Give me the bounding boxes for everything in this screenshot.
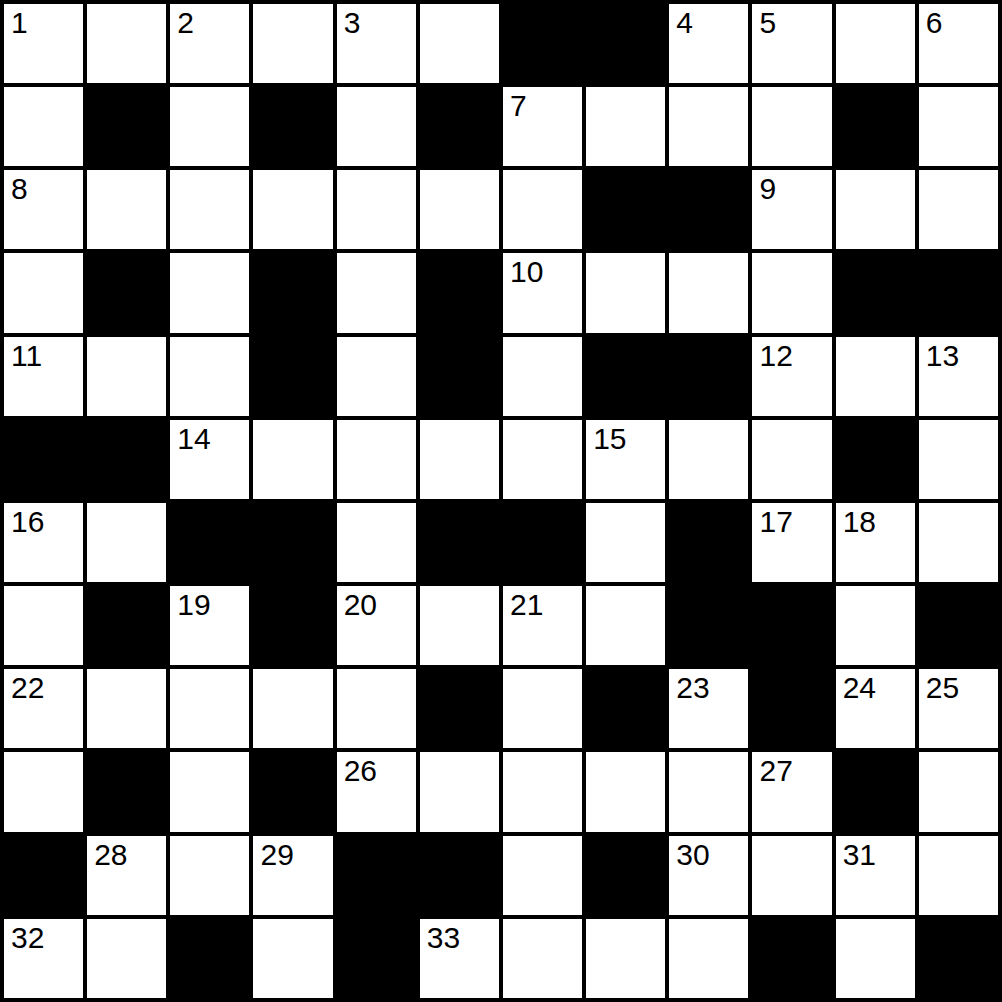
black-cell-r4c2 bbox=[87, 253, 166, 332]
cell-r9c9[interactable]: 23 bbox=[669, 669, 748, 748]
cell-r1c4[interactable] bbox=[253, 4, 332, 83]
black-cell-r11c6 bbox=[420, 836, 499, 915]
cell-r5c10[interactable]: 12 bbox=[752, 337, 831, 416]
clue-number-5: 5 bbox=[759, 7, 776, 39]
cell-r12c6[interactable]: 33 bbox=[420, 919, 499, 998]
cell-r10c10[interactable]: 27 bbox=[752, 752, 831, 831]
cell-r6c7[interactable] bbox=[503, 420, 582, 499]
cell-r1c9[interactable]: 4 bbox=[669, 4, 748, 83]
clue-number-15: 15 bbox=[593, 423, 626, 455]
cell-r4c1[interactable] bbox=[4, 253, 83, 332]
clue-number-1: 1 bbox=[11, 7, 28, 39]
cell-r2c3[interactable] bbox=[170, 87, 249, 166]
clue-number-25: 25 bbox=[926, 672, 959, 704]
black-cell-r10c2 bbox=[87, 752, 166, 831]
cell-r4c3[interactable] bbox=[170, 253, 249, 332]
clue-number-17: 17 bbox=[759, 506, 792, 538]
cell-r12c2[interactable] bbox=[87, 919, 166, 998]
cell-r7c2[interactable] bbox=[87, 503, 166, 582]
cell-r1c5[interactable]: 3 bbox=[337, 4, 416, 83]
cell-r8c5[interactable]: 20 bbox=[337, 586, 416, 665]
cell-r1c2[interactable] bbox=[87, 4, 166, 83]
cell-r10c6[interactable] bbox=[420, 752, 499, 831]
cell-r1c6[interactable] bbox=[420, 4, 499, 83]
cell-r5c5[interactable] bbox=[337, 337, 416, 416]
black-cell-r7c9 bbox=[669, 503, 748, 582]
cell-r5c2[interactable] bbox=[87, 337, 166, 416]
cell-r6c10[interactable] bbox=[752, 420, 831, 499]
cell-r5c3[interactable] bbox=[170, 337, 249, 416]
cell-r7c12[interactable] bbox=[919, 503, 998, 582]
cell-r11c12[interactable] bbox=[919, 836, 998, 915]
clue-number-26: 26 bbox=[344, 755, 377, 787]
cell-r2c10[interactable] bbox=[752, 87, 831, 166]
black-cell-r11c1 bbox=[4, 836, 83, 915]
cell-r2c12[interactable] bbox=[919, 87, 998, 166]
cell-r2c7[interactable]: 7 bbox=[503, 87, 582, 166]
cell-r10c3[interactable] bbox=[170, 752, 249, 831]
black-cell-r5c8 bbox=[586, 337, 665, 416]
cell-r8c8[interactable] bbox=[586, 586, 665, 665]
cell-r3c2[interactable] bbox=[87, 170, 166, 249]
cell-r12c4[interactable] bbox=[253, 919, 332, 998]
black-cell-r5c9 bbox=[669, 337, 748, 416]
cell-r6c8[interactable]: 15 bbox=[586, 420, 665, 499]
black-cell-r7c7 bbox=[503, 503, 582, 582]
clue-number-23: 23 bbox=[676, 672, 709, 704]
cell-r11c3[interactable] bbox=[170, 836, 249, 915]
clue-number-19: 19 bbox=[177, 589, 210, 621]
cell-r9c7[interactable] bbox=[503, 669, 582, 748]
cell-r3c11[interactable] bbox=[836, 170, 915, 249]
cell-r3c10[interactable]: 9 bbox=[752, 170, 831, 249]
cell-r3c4[interactable] bbox=[253, 170, 332, 249]
black-cell-r11c8 bbox=[586, 836, 665, 915]
cell-r8c3[interactable]: 19 bbox=[170, 586, 249, 665]
cell-r2c9[interactable] bbox=[669, 87, 748, 166]
clue-number-27: 27 bbox=[759, 755, 792, 787]
cell-r1c11[interactable] bbox=[836, 4, 915, 83]
cell-r9c3[interactable] bbox=[170, 669, 249, 748]
clue-number-12: 12 bbox=[759, 340, 792, 372]
black-cell-r8c9 bbox=[669, 586, 748, 665]
cell-r3c3[interactable] bbox=[170, 170, 249, 249]
black-cell-r2c11 bbox=[836, 87, 915, 166]
cell-r5c11[interactable] bbox=[836, 337, 915, 416]
cell-r12c7[interactable] bbox=[503, 919, 582, 998]
black-cell-r12c10 bbox=[752, 919, 831, 998]
clue-number-30: 30 bbox=[676, 839, 709, 871]
clue-number-13: 13 bbox=[926, 340, 959, 372]
cell-r5c12[interactable]: 13 bbox=[919, 337, 998, 416]
black-cell-r4c6 bbox=[420, 253, 499, 332]
black-cell-r7c4 bbox=[253, 503, 332, 582]
black-cell-r12c5 bbox=[337, 919, 416, 998]
cell-r7c8[interactable] bbox=[586, 503, 665, 582]
cell-r6c6[interactable] bbox=[420, 420, 499, 499]
clue-number-10: 10 bbox=[510, 256, 543, 288]
clue-number-4: 4 bbox=[676, 7, 693, 39]
cell-r10c9[interactable] bbox=[669, 752, 748, 831]
clue-number-8: 8 bbox=[11, 173, 28, 205]
black-cell-r6c2 bbox=[87, 420, 166, 499]
black-cell-r11c5 bbox=[337, 836, 416, 915]
cell-r11c4[interactable]: 29 bbox=[253, 836, 332, 915]
cell-r10c1[interactable] bbox=[4, 752, 83, 831]
cell-r7c11[interactable]: 18 bbox=[836, 503, 915, 582]
clue-number-18: 18 bbox=[843, 506, 876, 538]
clue-number-32: 32 bbox=[11, 922, 44, 954]
clue-number-20: 20 bbox=[344, 589, 377, 621]
cell-r4c10[interactable] bbox=[752, 253, 831, 332]
cell-r12c8[interactable] bbox=[586, 919, 665, 998]
cell-r1c10[interactable]: 5 bbox=[752, 4, 831, 83]
black-cell-r5c6 bbox=[420, 337, 499, 416]
cell-r10c12[interactable] bbox=[919, 752, 998, 831]
black-cell-r8c2 bbox=[87, 586, 166, 665]
cell-r4c8[interactable] bbox=[586, 253, 665, 332]
cell-r5c1[interactable]: 11 bbox=[4, 337, 83, 416]
cell-r4c5[interactable] bbox=[337, 253, 416, 332]
black-cell-r4c11 bbox=[836, 253, 915, 332]
clue-number-6: 6 bbox=[926, 7, 943, 39]
cell-r7c1[interactable]: 16 bbox=[4, 503, 83, 582]
cell-r9c1[interactable]: 22 bbox=[4, 669, 83, 748]
cell-r3c1[interactable]: 8 bbox=[4, 170, 83, 249]
cell-r8c7[interactable]: 21 bbox=[503, 586, 582, 665]
cell-r12c11[interactable] bbox=[836, 919, 915, 998]
cell-r10c5[interactable]: 26 bbox=[337, 752, 416, 831]
cell-r4c7[interactable]: 10 bbox=[503, 253, 582, 332]
clue-number-24: 24 bbox=[843, 672, 876, 704]
clue-number-11: 11 bbox=[11, 340, 42, 372]
black-cell-r10c4 bbox=[253, 752, 332, 831]
clue-number-2: 2 bbox=[177, 7, 194, 39]
cell-r1c3[interactable]: 2 bbox=[170, 4, 249, 83]
cell-r11c2[interactable]: 28 bbox=[87, 836, 166, 915]
cell-r5c7[interactable] bbox=[503, 337, 582, 416]
cell-r6c3[interactable]: 14 bbox=[170, 420, 249, 499]
cell-r2c8[interactable] bbox=[586, 87, 665, 166]
black-cell-r3c9 bbox=[669, 170, 748, 249]
cell-r9c12[interactable]: 25 bbox=[919, 669, 998, 748]
clue-number-31: 31 bbox=[843, 839, 876, 871]
clue-number-14: 14 bbox=[177, 423, 210, 455]
cell-r2c1[interactable] bbox=[4, 87, 83, 166]
cell-r8c6[interactable] bbox=[420, 586, 499, 665]
cell-r9c4[interactable] bbox=[253, 669, 332, 748]
clue-number-7: 7 bbox=[510, 90, 527, 122]
cell-r7c10[interactable]: 17 bbox=[752, 503, 831, 582]
black-cell-r9c6 bbox=[420, 669, 499, 748]
cell-r9c5[interactable] bbox=[337, 669, 416, 748]
cell-r11c7[interactable] bbox=[503, 836, 582, 915]
black-cell-r7c6 bbox=[420, 503, 499, 582]
cell-r12c1[interactable]: 32 bbox=[4, 919, 83, 998]
clue-number-3: 3 bbox=[344, 7, 361, 39]
cell-r6c5[interactable] bbox=[337, 420, 416, 499]
black-cell-r9c8 bbox=[586, 669, 665, 748]
cell-r11c9[interactable]: 30 bbox=[669, 836, 748, 915]
cell-r3c6[interactable] bbox=[420, 170, 499, 249]
clue-number-9: 9 bbox=[759, 173, 776, 205]
black-cell-r8c4 bbox=[253, 586, 332, 665]
black-cell-r1c8 bbox=[586, 4, 665, 83]
cell-r12c9[interactable] bbox=[669, 919, 748, 998]
clue-number-29: 29 bbox=[260, 839, 293, 871]
cell-r11c10[interactable] bbox=[752, 836, 831, 915]
black-cell-r4c4 bbox=[253, 253, 332, 332]
cell-r6c9[interactable] bbox=[669, 420, 748, 499]
black-cell-r8c12 bbox=[919, 586, 998, 665]
cell-r11c11[interactable]: 31 bbox=[836, 836, 915, 915]
black-cell-r1c7 bbox=[503, 4, 582, 83]
black-cell-r12c12 bbox=[919, 919, 998, 998]
clue-number-33: 33 bbox=[427, 922, 460, 954]
cell-r3c12[interactable] bbox=[919, 170, 998, 249]
cell-r8c1[interactable] bbox=[4, 586, 83, 665]
cell-r2c5[interactable] bbox=[337, 87, 416, 166]
black-cell-r12c3 bbox=[170, 919, 249, 998]
black-cell-r8c10 bbox=[752, 586, 831, 665]
cell-r4c9[interactable] bbox=[669, 253, 748, 332]
black-cell-r4c12 bbox=[919, 253, 998, 332]
cell-r9c2[interactable] bbox=[87, 669, 166, 748]
black-cell-r6c11 bbox=[836, 420, 915, 499]
black-cell-r9c10 bbox=[752, 669, 831, 748]
cell-r1c12[interactable]: 6 bbox=[919, 4, 998, 83]
black-cell-r3c8 bbox=[586, 170, 665, 249]
clue-number-21: 21 bbox=[510, 589, 543, 621]
cell-r10c8[interactable] bbox=[586, 752, 665, 831]
black-cell-r2c6 bbox=[420, 87, 499, 166]
black-cell-r6c1 bbox=[4, 420, 83, 499]
cell-r1c1[interactable]: 1 bbox=[4, 4, 83, 83]
black-cell-r5c4 bbox=[253, 337, 332, 416]
crossword-board: 1234567891011121314151617181920212223242… bbox=[0, 0, 1002, 1002]
cell-r7c5[interactable] bbox=[337, 503, 416, 582]
cell-r6c12[interactable] bbox=[919, 420, 998, 499]
black-cell-r2c2 bbox=[87, 87, 166, 166]
black-cell-r10c11 bbox=[836, 752, 915, 831]
cell-r6c4[interactable] bbox=[253, 420, 332, 499]
black-cell-r7c3 bbox=[170, 503, 249, 582]
clue-number-22: 22 bbox=[11, 672, 44, 704]
cell-r9c11[interactable]: 24 bbox=[836, 669, 915, 748]
cell-r10c7[interactable] bbox=[503, 752, 582, 831]
cell-r8c11[interactable] bbox=[836, 586, 915, 665]
clue-number-16: 16 bbox=[11, 506, 44, 538]
cell-r3c7[interactable] bbox=[503, 170, 582, 249]
cell-r3c5[interactable] bbox=[337, 170, 416, 249]
clue-number-28: 28 bbox=[94, 839, 127, 871]
black-cell-r2c4 bbox=[253, 87, 332, 166]
